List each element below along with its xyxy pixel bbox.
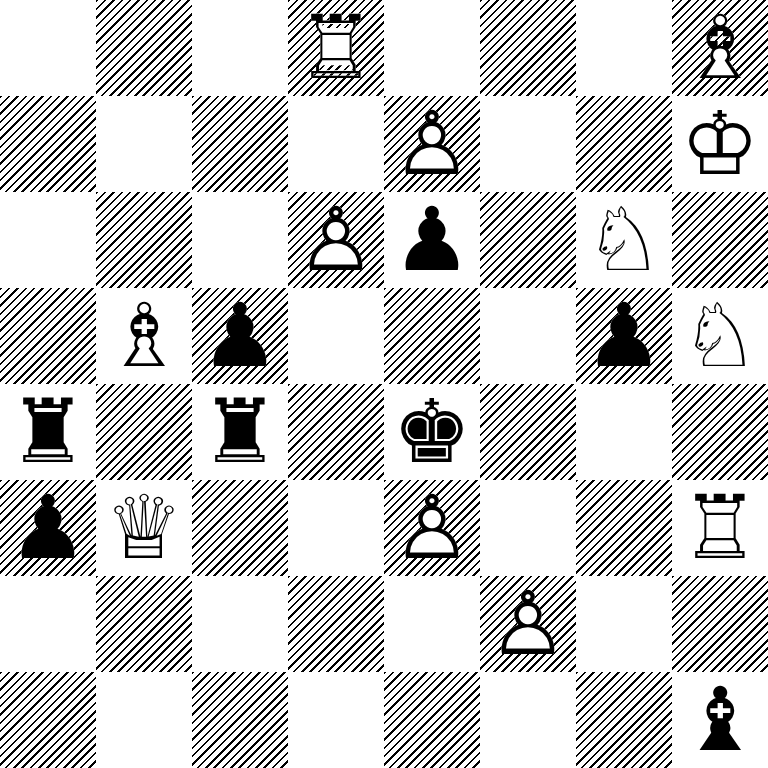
square-b2[interactable] [96, 576, 192, 672]
square-c7[interactable] [192, 96, 288, 192]
square-g1[interactable] [576, 672, 672, 768]
square-f6[interactable] [480, 192, 576, 288]
square-f4[interactable] [480, 384, 576, 480]
piece-backing: ♚︎ [672, 96, 768, 192]
white-bishop-icon: ♗︎ [672, 0, 768, 96]
white-bishop-icon: ♗︎ [96, 288, 192, 384]
square-e6[interactable]: ♟︎♟︎ [384, 192, 480, 288]
square-g2[interactable] [576, 576, 672, 672]
square-e1[interactable] [384, 672, 480, 768]
square-h1[interactable]: ♝︎♝︎ [672, 672, 768, 768]
square-a6[interactable] [0, 192, 96, 288]
square-d8[interactable]: ♜︎♖︎ [288, 0, 384, 96]
square-e7[interactable]: ♟︎♙︎ [384, 96, 480, 192]
square-h3[interactable]: ♜︎♖︎ [672, 480, 768, 576]
square-e5[interactable] [384, 288, 480, 384]
square-b1[interactable] [96, 672, 192, 768]
piece-backing: ♜︎ [0, 384, 96, 480]
square-g5[interactable]: ♟︎♟︎ [576, 288, 672, 384]
square-g4[interactable] [576, 384, 672, 480]
square-g7[interactable] [576, 96, 672, 192]
square-d6[interactable]: ♟︎♙︎ [288, 192, 384, 288]
square-f5[interactable] [480, 288, 576, 384]
black-pawn-icon: ♟︎ [576, 288, 672, 384]
square-b7[interactable] [96, 96, 192, 192]
square-c8[interactable] [192, 0, 288, 96]
square-c4[interactable]: ♜︎♜︎ [192, 384, 288, 480]
square-g6[interactable]: ♞︎♘︎ [576, 192, 672, 288]
square-b4[interactable] [96, 384, 192, 480]
piece-backing: ♟︎ [384, 480, 480, 576]
square-c6[interactable] [192, 192, 288, 288]
square-c5[interactable]: ♟︎♟︎ [192, 288, 288, 384]
square-h5[interactable]: ♞︎♘︎ [672, 288, 768, 384]
white-knight-icon: ♘︎ [576, 192, 672, 288]
white-pawn-icon: ♙︎ [384, 96, 480, 192]
square-d3[interactable] [288, 480, 384, 576]
piece-backing: ♟︎ [384, 192, 480, 288]
square-e4[interactable]: ♚︎♚︎ [384, 384, 480, 480]
piece-backing: ♟︎ [576, 288, 672, 384]
square-g3[interactable] [576, 480, 672, 576]
square-f8[interactable] [480, 0, 576, 96]
black-pawn-icon: ♟︎ [0, 480, 96, 576]
piece-backing: ♚︎ [384, 384, 480, 480]
white-pawn-icon: ♙︎ [384, 480, 480, 576]
square-e8[interactable] [384, 0, 480, 96]
black-king-icon: ♚︎ [384, 384, 480, 480]
piece-backing: ♝︎ [672, 0, 768, 96]
square-a2[interactable] [0, 576, 96, 672]
white-rook-icon: ♖︎ [672, 480, 768, 576]
square-b5[interactable]: ♝︎♗︎ [96, 288, 192, 384]
black-rook-icon: ♜︎ [192, 384, 288, 480]
square-h7[interactable]: ♚︎♔︎ [672, 96, 768, 192]
square-b3[interactable]: ♛︎♕︎ [96, 480, 192, 576]
black-pawn-icon: ♟︎ [192, 288, 288, 384]
white-pawn-icon: ♙︎ [480, 576, 576, 672]
square-e2[interactable] [384, 576, 480, 672]
square-b6[interactable] [96, 192, 192, 288]
piece-backing: ♟︎ [288, 192, 384, 288]
square-f2[interactable]: ♟︎♙︎ [480, 576, 576, 672]
square-c3[interactable] [192, 480, 288, 576]
white-pawn-icon: ♙︎ [288, 192, 384, 288]
square-c2[interactable] [192, 576, 288, 672]
piece-backing: ♝︎ [96, 288, 192, 384]
piece-backing: ♛︎ [96, 480, 192, 576]
square-a7[interactable] [0, 96, 96, 192]
square-a3[interactable]: ♟︎♟︎ [0, 480, 96, 576]
square-b8[interactable] [96, 0, 192, 96]
square-h6[interactable] [672, 192, 768, 288]
piece-backing: ♝︎ [672, 672, 768, 768]
square-h4[interactable] [672, 384, 768, 480]
white-queen-icon: ♕︎ [96, 480, 192, 576]
square-g8[interactable] [576, 0, 672, 96]
piece-backing: ♞︎ [576, 192, 672, 288]
piece-backing: ♟︎ [0, 480, 96, 576]
square-c1[interactable] [192, 672, 288, 768]
square-d7[interactable] [288, 96, 384, 192]
piece-backing: ♟︎ [480, 576, 576, 672]
square-d2[interactable] [288, 576, 384, 672]
square-f7[interactable] [480, 96, 576, 192]
black-rook-icon: ♜︎ [0, 384, 96, 480]
square-d5[interactable] [288, 288, 384, 384]
black-pawn-icon: ♟︎ [384, 192, 480, 288]
piece-backing: ♜︎ [192, 384, 288, 480]
square-f3[interactable] [480, 480, 576, 576]
square-h2[interactable] [672, 576, 768, 672]
square-d1[interactable] [288, 672, 384, 768]
piece-backing: ♜︎ [288, 0, 384, 96]
square-a5[interactable] [0, 288, 96, 384]
square-a1[interactable] [0, 672, 96, 768]
square-a8[interactable] [0, 0, 96, 96]
square-d4[interactable] [288, 384, 384, 480]
piece-backing: ♟︎ [192, 288, 288, 384]
chess-board: ♜︎♖︎♝︎♗︎♟︎♙︎♚︎♔︎♟︎♙︎♟︎♟︎♞︎♘︎♝︎♗︎♟︎♟︎♟︎♟︎… [0, 0, 768, 768]
piece-backing: ♞︎ [672, 288, 768, 384]
white-rook-icon: ♖︎ [288, 0, 384, 96]
square-f1[interactable] [480, 672, 576, 768]
white-knight-icon: ♘︎ [672, 288, 768, 384]
piece-backing: ♟︎ [384, 96, 480, 192]
black-bishop-icon: ♝︎ [672, 672, 768, 768]
square-h8[interactable]: ♝︎♗︎ [672, 0, 768, 96]
piece-backing: ♜︎ [672, 480, 768, 576]
square-e3[interactable]: ♟︎♙︎ [384, 480, 480, 576]
white-king-icon: ♔︎ [672, 96, 768, 192]
square-a4[interactable]: ♜︎♜︎ [0, 384, 96, 480]
